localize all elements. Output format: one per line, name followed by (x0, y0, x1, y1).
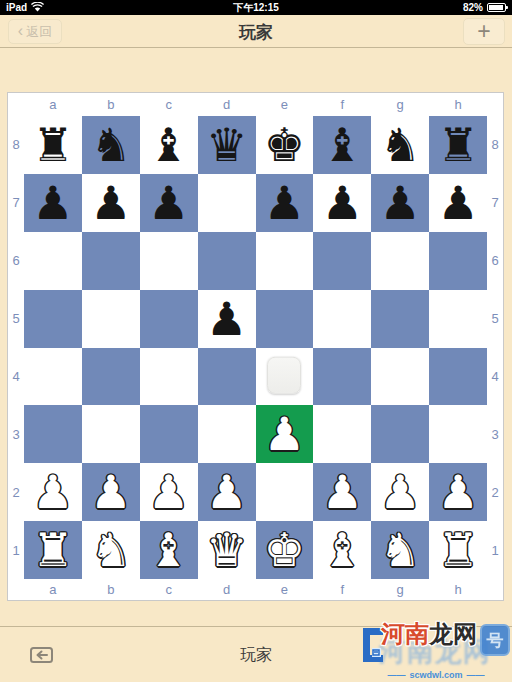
square-c3[interactable] (140, 405, 198, 463)
file-labels-bottom: abcdefgh (24, 579, 487, 600)
square-f5[interactable] (313, 290, 371, 348)
file-label-h: h (429, 579, 487, 600)
square-c2[interactable]: ♟ (140, 463, 198, 521)
back-chevron-icon: ‹ (18, 23, 23, 39)
board-grid: ♜♞♝♛♚♝♞♜♟♟♟♟♟♟♟♟♟♟♟♟♟♟♟♟♜♞♝♛♚♝♞♜ (24, 116, 487, 579)
rank-label-3: 3 (8, 405, 24, 463)
wifi-icon (31, 2, 44, 14)
white-bishop-f1[interactable]: ♝ (322, 527, 363, 573)
black-bishop-f8[interactable]: ♝ (322, 122, 363, 168)
square-f4[interactable] (313, 348, 371, 406)
white-bishop-c1[interactable]: ♝ (148, 527, 189, 573)
rank-label-7: 7 (8, 174, 24, 232)
device-label: iPad (6, 2, 27, 13)
rank-label-5: 5 (8, 290, 24, 348)
square-c8[interactable]: ♝ (140, 116, 198, 174)
square-a6[interactable] (24, 232, 82, 290)
square-c1[interactable]: ♝ (140, 521, 198, 579)
square-a7[interactable]: ♟ (24, 174, 82, 232)
black-pawn-d5[interactable]: ♟ (206, 296, 247, 342)
square-e5[interactable] (256, 290, 314, 348)
chess-board-panel: abcdefgh 87654321 ♜♞♝♛♚♝♞♜♟♟♟♟♟♟♟♟♟♟♟♟♟♟… (7, 92, 504, 601)
square-b4[interactable] (82, 348, 140, 406)
white-rook-h1[interactable]: ♜ (437, 527, 478, 573)
white-pawn-e3[interactable]: ♟ (264, 411, 305, 457)
black-king-e8[interactable]: ♚ (264, 122, 305, 168)
black-knight-g8[interactable]: ♞ (380, 122, 421, 168)
rank-label-7: 7 (487, 174, 503, 232)
black-bishop-c8[interactable]: ♝ (148, 122, 189, 168)
black-pawn-h7[interactable]: ♟ (437, 180, 478, 226)
square-c4[interactable] (140, 348, 198, 406)
square-f7[interactable]: ♟ (313, 174, 371, 232)
square-a1[interactable]: ♜ (24, 521, 82, 579)
battery-icon (487, 3, 506, 12)
add-button[interactable]: + (463, 18, 505, 45)
square-e1[interactable]: ♚ (256, 521, 314, 579)
back-button[interactable]: ‹ 返回 (8, 19, 62, 44)
file-label-h: h (429, 93, 487, 116)
page-title: 玩家 (0, 21, 512, 44)
square-h2[interactable]: ♟ (429, 463, 487, 521)
square-e6[interactable] (256, 232, 314, 290)
rank-label-8: 8 (8, 116, 24, 174)
file-label-e: e (256, 579, 314, 600)
rank-label-6: 6 (487, 232, 503, 290)
square-b2[interactable]: ♟ (82, 463, 140, 521)
square-f8[interactable]: ♝ (313, 116, 371, 174)
square-e8[interactable]: ♚ (256, 116, 314, 174)
square-b7[interactable]: ♟ (82, 174, 140, 232)
file-label-c: c (140, 93, 198, 116)
white-pawn-b2[interactable]: ♟ (90, 469, 131, 515)
square-e2[interactable] (256, 463, 314, 521)
square-g7[interactable]: ♟ (371, 174, 429, 232)
rank-label-4: 4 (8, 348, 24, 406)
square-e4[interactable] (256, 348, 314, 406)
square-g3[interactable] (371, 405, 429, 463)
folder-arrow-icon (29, 645, 55, 669)
square-h7[interactable]: ♟ (429, 174, 487, 232)
white-knight-b1[interactable]: ♞ (90, 527, 131, 573)
white-pawn-g2[interactable]: ♟ (380, 469, 421, 515)
rank-label-2: 2 (487, 463, 503, 521)
square-e3[interactable]: ♟ (256, 405, 314, 463)
square-a3[interactable] (24, 405, 82, 463)
square-d7[interactable] (198, 174, 256, 232)
file-labels-top: abcdefgh (24, 93, 487, 116)
file-label-f: f (313, 579, 371, 600)
square-d3[interactable] (198, 405, 256, 463)
square-d4[interactable] (198, 348, 256, 406)
watermark-domain: —— scwdwl.com —— (365, 670, 507, 680)
export-button[interactable] (22, 643, 62, 671)
clock: 下午12:15 (96, 1, 416, 15)
back-button-label: 返回 (26, 23, 52, 41)
square-g5[interactable] (371, 290, 429, 348)
black-knight-b8[interactable]: ♞ (90, 122, 131, 168)
black-pawn-a7[interactable]: ♟ (32, 180, 73, 226)
rank-label-6: 6 (8, 232, 24, 290)
black-pawn-c7[interactable]: ♟ (148, 180, 189, 226)
rank-label-8: 8 (487, 116, 503, 174)
square-g8[interactable]: ♞ (371, 116, 429, 174)
square-g1[interactable]: ♞ (371, 521, 429, 579)
white-pawn-h2[interactable]: ♟ (437, 469, 478, 515)
white-knight-g1[interactable]: ♞ (380, 527, 421, 573)
square-b6[interactable] (82, 232, 140, 290)
square-d8[interactable]: ♛ (198, 116, 256, 174)
battery-percent: 82% (463, 2, 483, 13)
square-g2[interactable]: ♟ (371, 463, 429, 521)
black-rook-a8[interactable]: ♜ (32, 122, 73, 168)
file-label-a: a (24, 93, 82, 116)
file-label-f: f (313, 93, 371, 116)
file-label-b: b (82, 579, 140, 600)
white-pawn-d2[interactable]: ♟ (206, 469, 247, 515)
file-label-b: b (82, 93, 140, 116)
rank-label-3: 3 (487, 405, 503, 463)
rank-label-5: 5 (487, 290, 503, 348)
file-label-g: g (371, 93, 429, 116)
black-pawn-e7[interactable]: ♟ (264, 180, 305, 226)
square-a5[interactable] (24, 290, 82, 348)
rank-label-4: 4 (487, 348, 503, 406)
watermark-name-dark: 龙网 (429, 620, 477, 647)
file-label-c: c (140, 579, 198, 600)
file-label-e: e (256, 93, 314, 116)
square-a2[interactable]: ♟ (24, 463, 82, 521)
square-d1[interactable]: ♛ (198, 521, 256, 579)
square-d5[interactable]: ♟ (198, 290, 256, 348)
square-h6[interactable] (429, 232, 487, 290)
black-pawn-g7[interactable]: ♟ (380, 180, 421, 226)
square-f1[interactable]: ♝ (313, 521, 371, 579)
status-bar: iPad 下午12:15 82% (0, 0, 512, 15)
white-queen-d1[interactable]: ♛ (206, 527, 247, 573)
file-label-g: g (371, 579, 429, 600)
white-rook-a1[interactable]: ♜ (32, 527, 73, 573)
square-d6[interactable] (198, 232, 256, 290)
file-label-d: d (198, 93, 256, 116)
black-pawn-b7[interactable]: ♟ (90, 180, 131, 226)
square-c6[interactable] (140, 232, 198, 290)
white-pawn-c2[interactable]: ♟ (148, 469, 189, 515)
square-h1[interactable]: ♜ (429, 521, 487, 579)
watermark-domain-text: scwdwl.com (409, 670, 462, 680)
square-b5[interactable] (82, 290, 140, 348)
square-c5[interactable] (140, 290, 198, 348)
black-pawn-f7[interactable]: ♟ (322, 180, 363, 226)
nav-bar: 玩家 ‹ 返回 + (0, 15, 512, 48)
square-f2[interactable]: ♟ (313, 463, 371, 521)
watermark-seal: 号 (480, 624, 510, 656)
rank-label-1: 1 (8, 521, 24, 579)
square-a4[interactable] (24, 348, 82, 406)
rank-label-1: 1 (487, 521, 503, 579)
square-f6[interactable] (313, 232, 371, 290)
white-pawn-a2[interactable]: ♟ (32, 469, 73, 515)
site-watermark: 河南龙网 河南龙网 号 —— scwdwl.com —— (365, 612, 511, 680)
square-h4[interactable] (429, 348, 487, 406)
watermark-site-name: 河南龙网 (381, 618, 477, 650)
square-d2[interactable]: ♟ (198, 463, 256, 521)
black-rook-h8[interactable]: ♜ (437, 122, 478, 168)
square-h5[interactable] (429, 290, 487, 348)
rank-label-2: 2 (8, 463, 24, 521)
square-b1[interactable]: ♞ (82, 521, 140, 579)
move-marker (267, 357, 301, 394)
square-b8[interactable]: ♞ (82, 116, 140, 174)
black-queen-d8[interactable]: ♛ (206, 122, 247, 168)
white-king-e1[interactable]: ♚ (264, 527, 305, 573)
rank-labels-left: 87654321 (8, 116, 24, 579)
square-g6[interactable] (371, 232, 429, 290)
square-g4[interactable] (371, 348, 429, 406)
square-c7[interactable]: ♟ (140, 174, 198, 232)
watermark-name-red: 河南 (381, 620, 429, 647)
white-pawn-f2[interactable]: ♟ (322, 469, 363, 515)
square-h8[interactable]: ♜ (429, 116, 487, 174)
rank-labels-right: 87654321 (487, 116, 503, 579)
square-e7[interactable]: ♟ (256, 174, 314, 232)
square-h3[interactable] (429, 405, 487, 463)
file-label-a: a (24, 579, 82, 600)
square-b3[interactable] (82, 405, 140, 463)
square-f3[interactable] (313, 405, 371, 463)
square-a8[interactable]: ♜ (24, 116, 82, 174)
file-label-d: d (198, 579, 256, 600)
